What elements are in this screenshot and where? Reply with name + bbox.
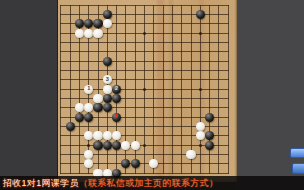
stone-white-c16-r14 — [196, 122, 205, 131]
grid-line-horizontal — [60, 98, 228, 99]
star-point — [199, 144, 202, 147]
stone-white-c5-r15 — [93, 131, 102, 140]
banner-text-main: 招收1对1网课学员 — [3, 177, 79, 190]
stone-black-c4-r13 — [84, 113, 93, 122]
left-sidebar-panel — [0, 0, 58, 190]
star-point — [143, 144, 146, 147]
video-frame: 312 招收1对1网课学员（联系私信或加主页的联系方式） — [0, 0, 304, 190]
stone-white-c9-r16 — [131, 141, 140, 150]
stone-black-c7-r11 — [112, 94, 121, 103]
grid-line-vertical — [191, 5, 192, 174]
stone-black-c8-r18 — [121, 159, 130, 168]
banner-text-highlight: （联系私信或加主页的联系方式） — [79, 177, 219, 190]
stone-white-c4-r12 — [84, 103, 93, 112]
star-point — [199, 32, 202, 35]
stone-black-c7-r10: 2 — [112, 85, 121, 94]
stone-black-c9-r18 — [131, 159, 140, 168]
stone-white-c4-r4 — [84, 29, 93, 38]
grid-line-vertical — [218, 5, 219, 174]
go-board[interactable]: 312 — [51, 0, 237, 182]
player-overlay-icon[interactable] — [292, 163, 304, 174]
move-number-label: 2 — [115, 86, 118, 92]
stone-black-c5-r3 — [93, 19, 102, 28]
star-point — [87, 144, 90, 147]
star-point — [143, 32, 146, 35]
grid-line-horizontal — [60, 173, 228, 174]
grid-line-vertical — [181, 5, 182, 174]
stone-white-c3-r4 — [75, 29, 84, 38]
right-side-panel — [237, 0, 304, 190]
stone-black-c3-r13 — [75, 113, 84, 122]
stone-black-c6-r11 — [103, 94, 112, 103]
stone-white-c15-r17 — [186, 150, 195, 159]
recruitment-banner: 招收1对1网课学员（联系私信或加主页的联系方式） — [0, 176, 304, 190]
stone-white-c7-r15 — [112, 131, 121, 140]
stone-white-c6-r15 — [103, 131, 112, 140]
stone-black-c6-r7 — [103, 57, 112, 66]
grid-line-vertical — [163, 5, 164, 174]
stone-white-c6-r3 — [103, 19, 112, 28]
stone-black-c2-r14 — [66, 122, 75, 131]
star-point — [143, 88, 146, 91]
grid-line-vertical — [228, 5, 229, 174]
stone-white-c4-r10: 1 — [84, 85, 93, 94]
player-overlay-icon[interactable] — [290, 148, 304, 158]
stone-white-c4-r15 — [84, 131, 93, 140]
move-number-label: 1 — [87, 86, 90, 92]
stone-black-c4-r3 — [84, 19, 93, 28]
stone-white-c4-r17 — [84, 150, 93, 159]
stone-black-c17-r15 — [205, 131, 214, 140]
stone-black-c17-r13 — [205, 113, 214, 122]
stone-white-c5-r4 — [93, 29, 102, 38]
last-move-marker — [115, 114, 118, 117]
stone-white-c4-r18 — [84, 159, 93, 168]
stone-white-c6-r9: 3 — [103, 75, 112, 84]
stone-black-c6-r2 — [103, 10, 112, 19]
stone-black-c5-r16 — [93, 141, 102, 150]
stone-black-c6-r16 — [103, 141, 112, 150]
stone-white-c5-r11 — [93, 94, 102, 103]
stone-black-c17-r16 — [205, 141, 214, 150]
move-number-label: 3 — [106, 77, 109, 83]
stone-black-c16-r2 — [196, 10, 205, 19]
stone-black-c3-r3 — [75, 19, 84, 28]
stone-black-c5-r12 — [93, 103, 102, 112]
stone-black-c7-r13 — [112, 113, 121, 122]
stone-white-c8-r16 — [121, 141, 130, 150]
stone-black-c6-r12 — [103, 103, 112, 112]
grid-line-vertical — [153, 5, 154, 174]
star-point — [199, 88, 202, 91]
stone-white-c6-r10 — [103, 85, 112, 94]
stone-white-c3-r12 — [75, 103, 84, 112]
stone-black-c7-r16 — [112, 141, 121, 150]
grid-line-vertical — [172, 5, 173, 174]
